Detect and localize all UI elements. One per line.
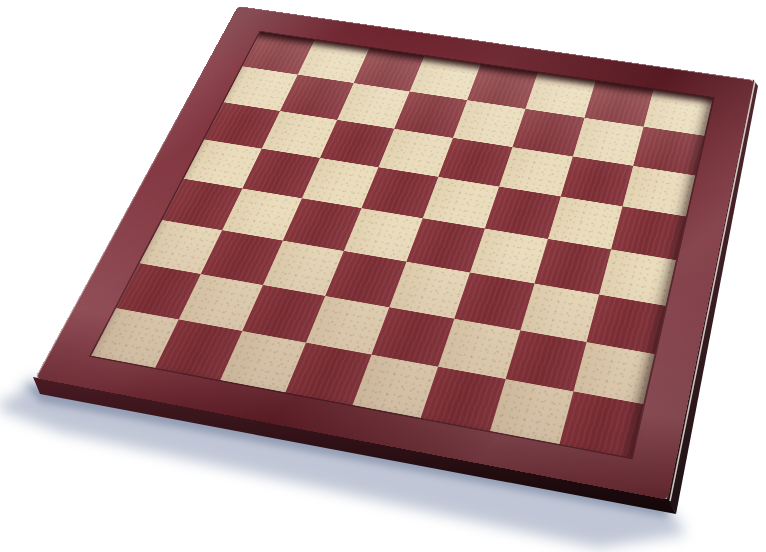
photo-of-chessboard [0,0,766,552]
edge-highlights [0,0,766,552]
